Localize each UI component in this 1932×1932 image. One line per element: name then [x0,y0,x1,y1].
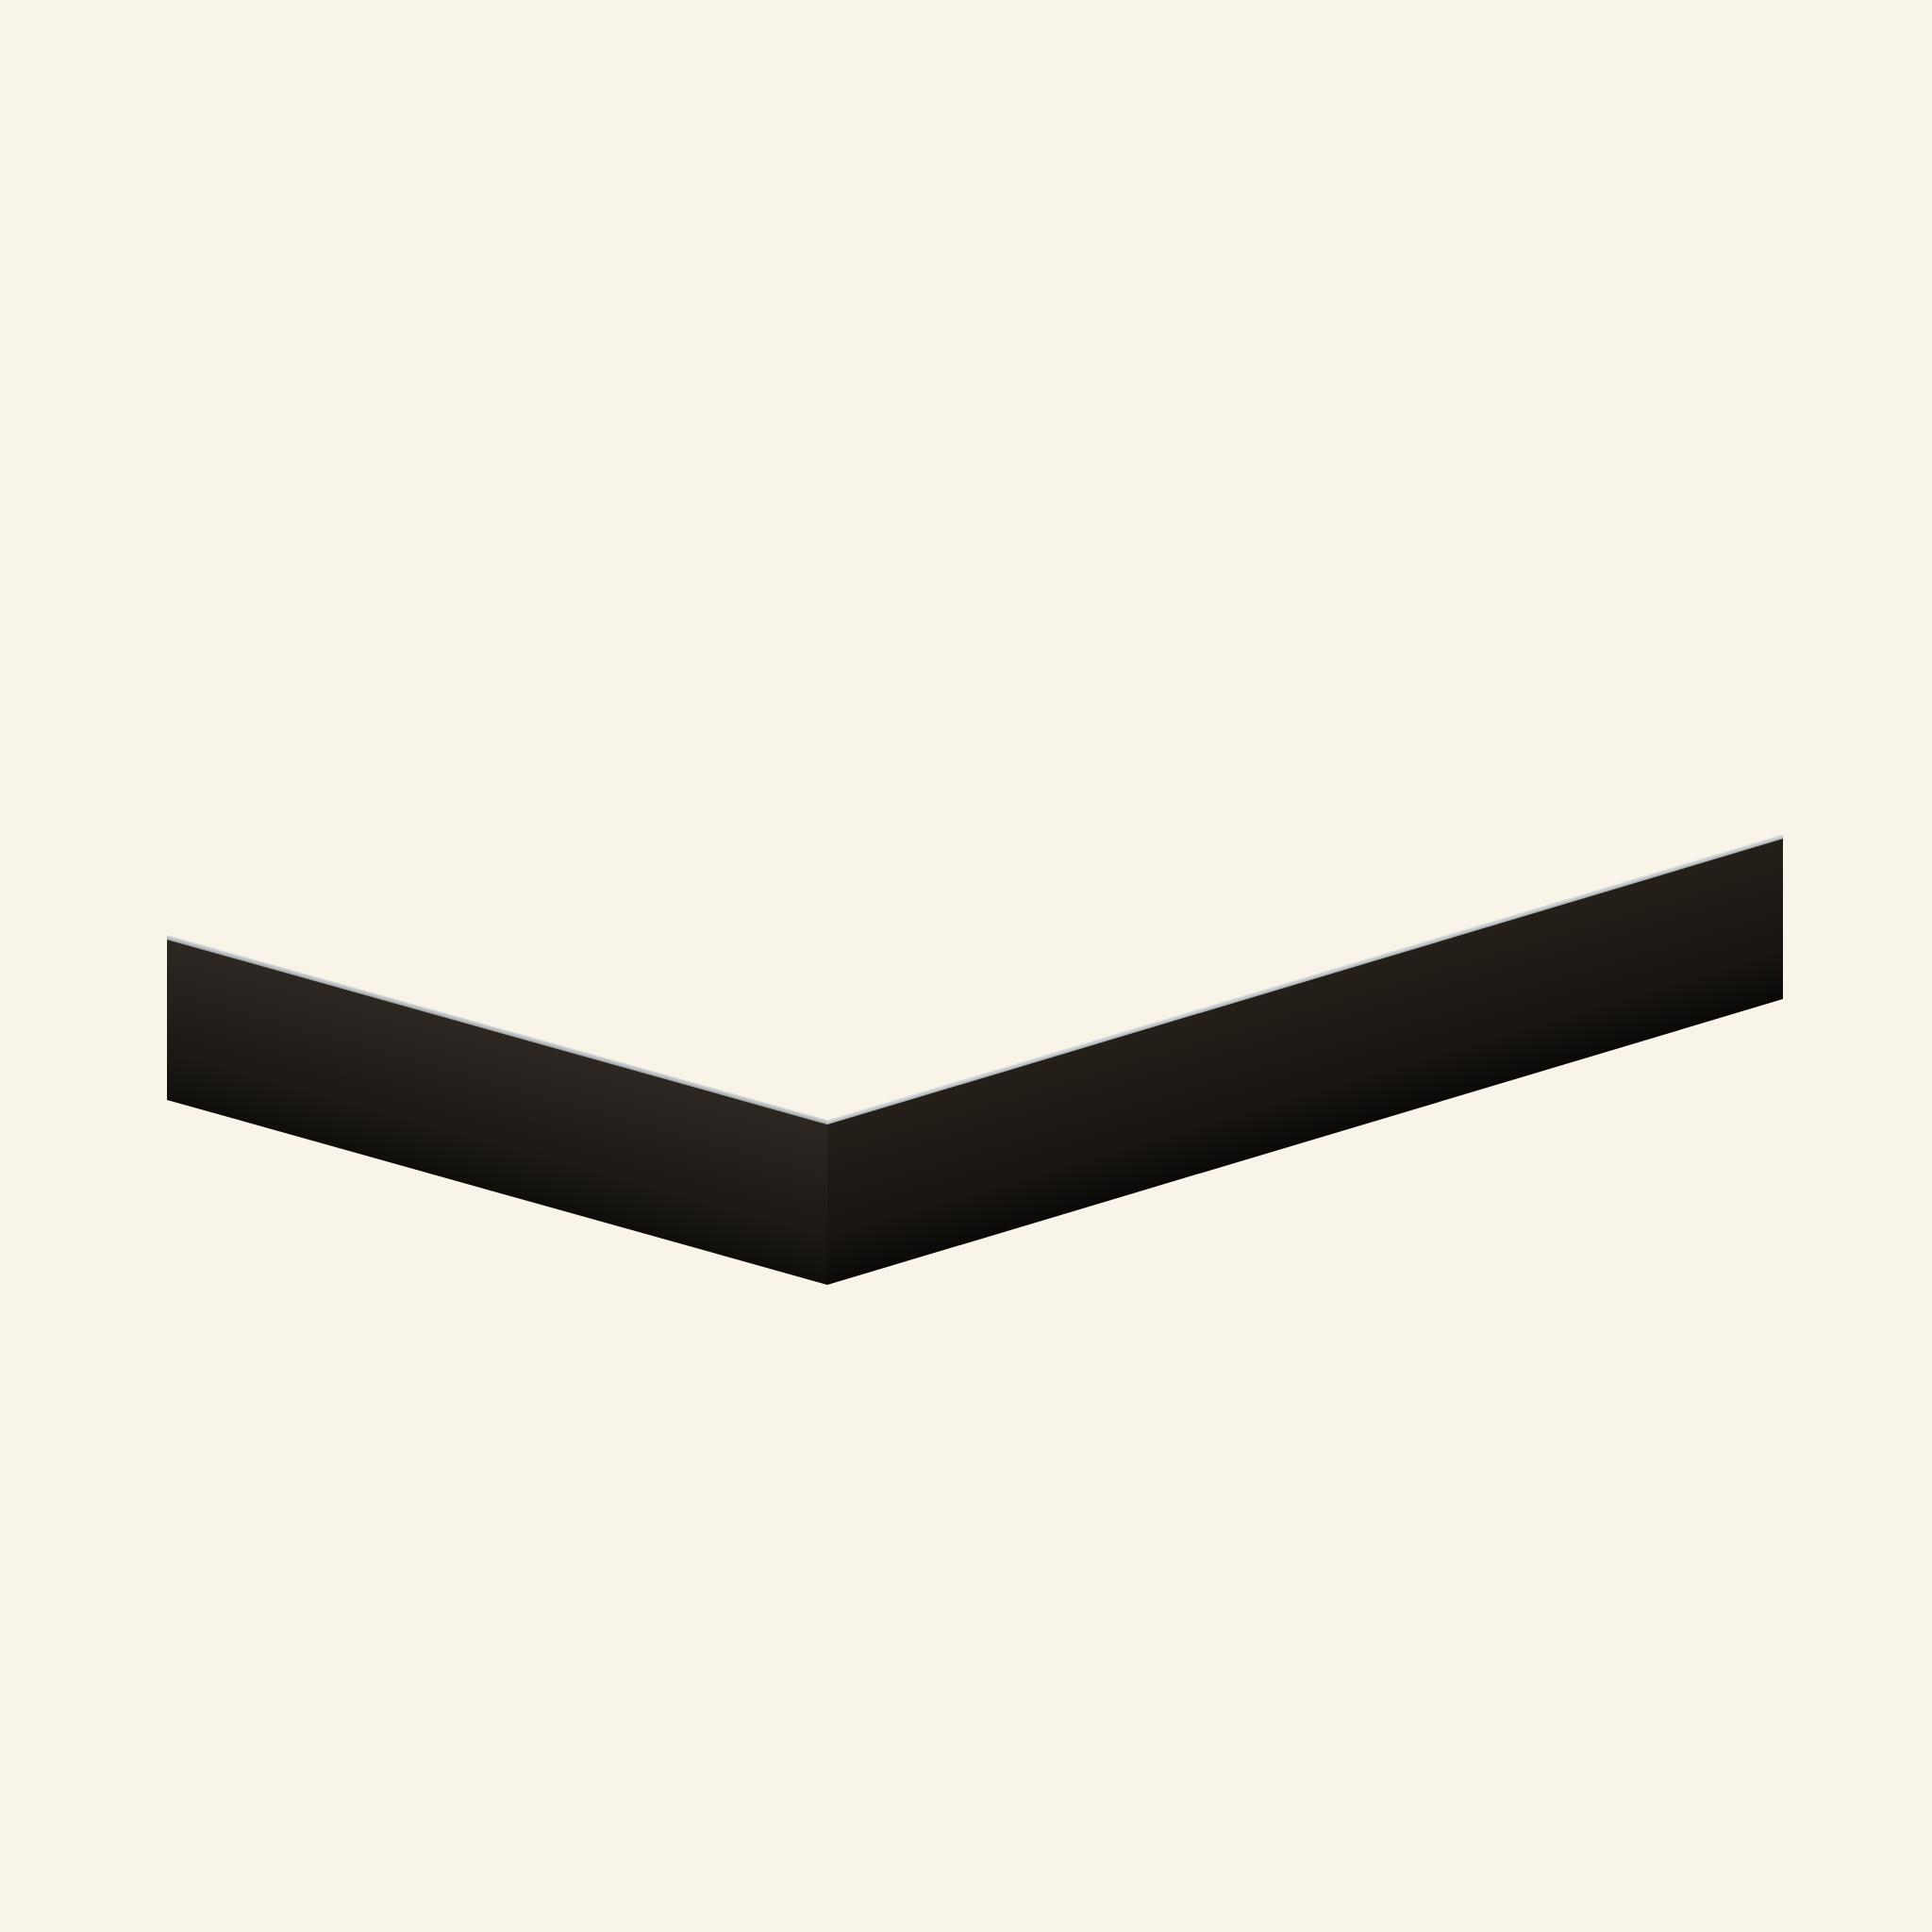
product-photo-canvas [0,0,1932,1932]
